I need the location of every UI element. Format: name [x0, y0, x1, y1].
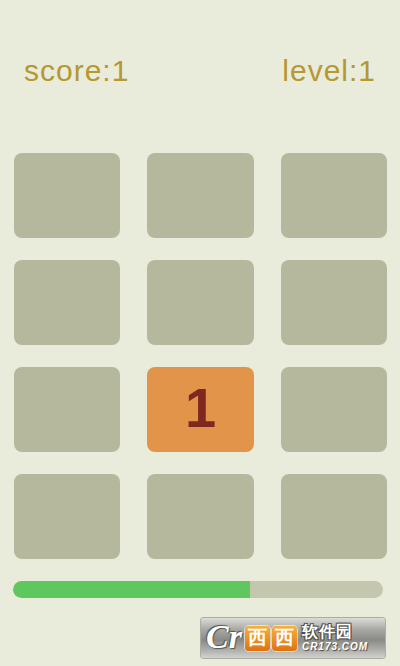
tile-filled[interactable]: 1 — [147, 367, 253, 452]
level-text: level:1 — [282, 54, 376, 88]
watermark-text-group: 软件园 CR173.COM — [302, 624, 368, 652]
watermark-cr-logo: Cr — [206, 620, 242, 654]
watermark-xixi-blocks: 西 西 — [245, 626, 297, 651]
tile-empty[interactable] — [14, 367, 120, 452]
tile-empty[interactable] — [281, 153, 387, 238]
tile-empty[interactable] — [147, 260, 253, 345]
tile-value: 1 — [185, 380, 216, 436]
progress-bar — [13, 581, 383, 598]
hud: score:1 level:1 — [0, 54, 400, 88]
tile-empty[interactable] — [147, 153, 253, 238]
tile-empty[interactable] — [281, 367, 387, 452]
tile-empty[interactable] — [14, 260, 120, 345]
watermark-xi-block: 西 — [272, 626, 297, 651]
progress-fill — [13, 581, 250, 598]
watermark: Cr 西 西 软件园 CR173.COM — [201, 618, 385, 658]
watermark-site-name: 软件园 — [302, 624, 353, 640]
tile-empty[interactable] — [147, 474, 253, 559]
tile-empty[interactable] — [281, 474, 387, 559]
tile-empty[interactable] — [281, 260, 387, 345]
tile-empty[interactable] — [14, 474, 120, 559]
score-text: score:1 — [24, 54, 129, 88]
watermark-site-url: CR173.COM — [302, 642, 368, 652]
board: 1 — [14, 153, 387, 559]
tile-empty[interactable] — [14, 153, 120, 238]
watermark-xi-block: 西 — [245, 626, 270, 651]
